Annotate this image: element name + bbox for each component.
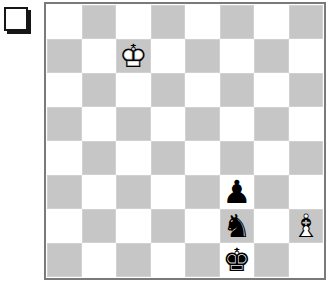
chess-diagram-page: ♚♔♟♞♝♗♚ [0, 0, 328, 285]
square-h7[interactable] [289, 39, 324, 73]
square-c4[interactable] [116, 141, 151, 175]
square-c5[interactable] [116, 107, 151, 141]
piece-black-king[interactable]: ♚ [220, 243, 255, 277]
square-b3[interactable] [82, 175, 117, 209]
square-f6[interactable] [220, 73, 255, 107]
square-f3[interactable]: ♟ [220, 175, 255, 209]
square-h3[interactable] [289, 175, 324, 209]
board-grid: ♚♔♟♞♝♗♚ [47, 5, 323, 277]
square-g3[interactable] [254, 175, 289, 209]
white-to-move-indicator-icon [4, 7, 28, 31]
square-f2[interactable]: ♞ [220, 209, 255, 243]
square-e3[interactable] [185, 175, 220, 209]
chess-board: ♚♔♟♞♝♗♚ [44, 2, 326, 280]
square-a4[interactable] [47, 141, 82, 175]
square-c2[interactable] [116, 209, 151, 243]
square-a3[interactable] [47, 175, 82, 209]
square-g5[interactable] [254, 107, 289, 141]
white-bishop-glyph: ♗ [291, 209, 320, 243]
square-f5[interactable] [220, 107, 255, 141]
square-f8[interactable] [220, 5, 255, 39]
square-d3[interactable] [151, 175, 186, 209]
square-c1[interactable] [116, 243, 151, 277]
piece-black-knight[interactable]: ♞ [220, 209, 255, 243]
square-h6[interactable] [289, 73, 324, 107]
square-f7[interactable] [220, 39, 255, 73]
square-c6[interactable] [116, 73, 151, 107]
piece-black-pawn[interactable]: ♟ [220, 175, 255, 209]
square-b7[interactable] [82, 39, 117, 73]
square-b4[interactable] [82, 141, 117, 175]
black-knight-glyph: ♞ [222, 209, 251, 243]
square-d1[interactable] [151, 243, 186, 277]
square-a5[interactable] [47, 107, 82, 141]
square-e4[interactable] [185, 141, 220, 175]
square-g7[interactable] [254, 39, 289, 73]
square-c3[interactable] [116, 175, 151, 209]
square-b8[interactable] [82, 5, 117, 39]
square-c8[interactable] [116, 5, 151, 39]
square-g2[interactable] [254, 209, 289, 243]
square-g1[interactable] [254, 243, 289, 277]
square-g6[interactable] [254, 73, 289, 107]
square-a8[interactable] [47, 5, 82, 39]
white-king-glyph: ♔ [119, 39, 148, 73]
square-h5[interactable] [289, 107, 324, 141]
square-d5[interactable] [151, 107, 186, 141]
square-h8[interactable] [289, 5, 324, 39]
square-f1[interactable]: ♚ [220, 243, 255, 277]
square-b2[interactable] [82, 209, 117, 243]
square-d7[interactable] [151, 39, 186, 73]
square-e2[interactable] [185, 209, 220, 243]
square-d8[interactable] [151, 5, 186, 39]
square-b5[interactable] [82, 107, 117, 141]
square-e6[interactable] [185, 73, 220, 107]
square-e1[interactable] [185, 243, 220, 277]
black-pawn-glyph: ♟ [222, 175, 251, 209]
piece-white-bishop[interactable]: ♝♗ [289, 209, 324, 243]
square-b1[interactable] [82, 243, 117, 277]
square-h2[interactable]: ♝♗ [289, 209, 324, 243]
square-d6[interactable] [151, 73, 186, 107]
square-a6[interactable] [47, 73, 82, 107]
square-h4[interactable] [289, 141, 324, 175]
square-e5[interactable] [185, 107, 220, 141]
piece-white-king[interactable]: ♚♔ [116, 39, 151, 73]
square-h1[interactable] [289, 243, 324, 277]
square-g4[interactable] [254, 141, 289, 175]
square-g8[interactable] [254, 5, 289, 39]
square-d2[interactable] [151, 209, 186, 243]
square-c7[interactable]: ♚♔ [116, 39, 151, 73]
square-d4[interactable] [151, 141, 186, 175]
square-b6[interactable] [82, 73, 117, 107]
square-a2[interactable] [47, 209, 82, 243]
square-e8[interactable] [185, 5, 220, 39]
black-king-glyph: ♚ [222, 243, 251, 277]
square-f4[interactable] [220, 141, 255, 175]
square-a7[interactable] [47, 39, 82, 73]
square-e7[interactable] [185, 39, 220, 73]
square-a1[interactable] [47, 243, 82, 277]
